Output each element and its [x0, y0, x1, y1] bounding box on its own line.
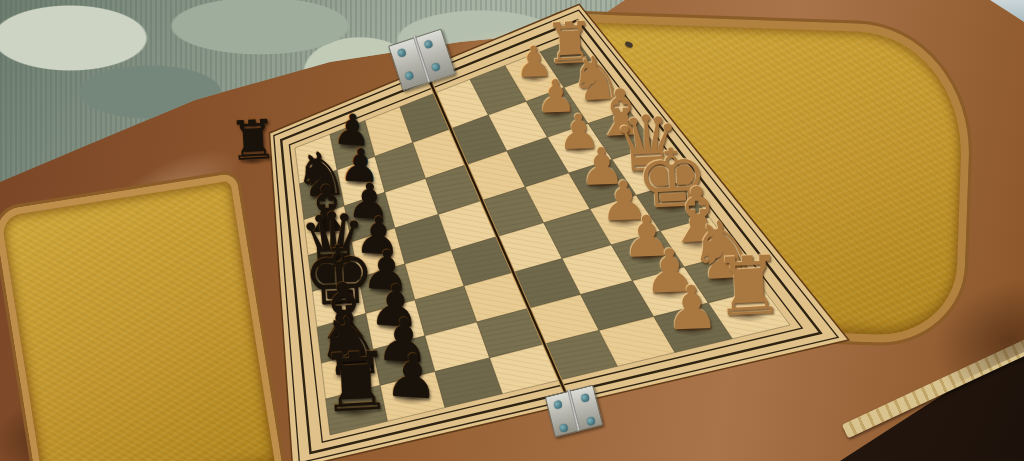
hinge-screw [404, 71, 414, 81]
white-pawn[interactable]: ♟ [664, 276, 720, 338]
hinge-screw [580, 393, 590, 403]
black-rook[interactable]: ♜ [318, 341, 394, 425]
hinge-screw [397, 48, 407, 58]
photo-of-folding-chess-set: ♜♞♝♛♚♝♞♜♟♟♟♟♟♟♟♟♟♟♟♟♟♟♟♟♜♞♝♛♚♝♞♜ [0, 0, 1024, 461]
hinge-screw [586, 416, 596, 426]
hinge-screw [559, 423, 569, 433]
hinge-screw [553, 400, 563, 410]
hinge-screw [431, 62, 441, 72]
black-rook[interactable]: ♜ [227, 112, 278, 168]
hinge-pin [567, 389, 580, 430]
white-rook[interactable]: ♜ [711, 245, 787, 329]
chess-board[interactable] [0, 0, 1024, 461]
hinge-screw [423, 39, 433, 49]
